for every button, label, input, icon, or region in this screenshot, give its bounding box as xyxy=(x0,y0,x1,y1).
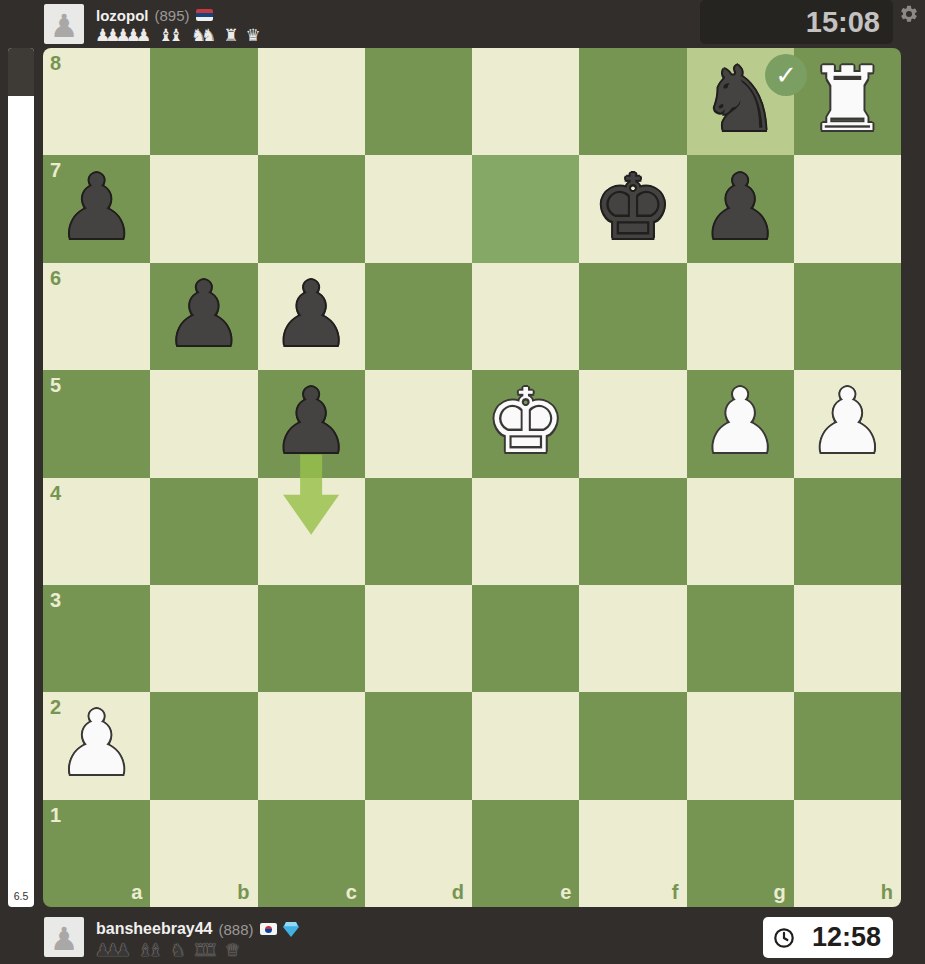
square-g3[interactable] xyxy=(687,585,794,692)
square-b3[interactable] xyxy=(150,585,257,692)
rank-label-6: 6 xyxy=(50,267,61,290)
square-h8[interactable]: ♜ xyxy=(794,48,901,155)
square-h5[interactable]: ♟ xyxy=(794,370,901,477)
square-b8[interactable] xyxy=(150,48,257,155)
captured-queen-group: ♛ xyxy=(245,25,255,45)
square-h4[interactable] xyxy=(794,478,901,585)
clock-top-time: 15:08 xyxy=(806,6,880,39)
piece-black-pawn[interactable]: ♟ xyxy=(43,155,150,262)
piece-black-pawn[interactable]: ♟ xyxy=(687,155,794,262)
file-label-g: g xyxy=(774,881,786,904)
piece-white-king[interactable]: ♚ xyxy=(472,370,579,477)
bottom-player-bar: ♟ bansheebray44 (888) ♟♟♟♝♝♞♜♜♛ 12:58 xyxy=(0,908,925,964)
file-label-a: a xyxy=(131,881,142,904)
file-label-c: c xyxy=(346,881,357,904)
square-h2[interactable] xyxy=(794,692,901,799)
square-a5[interactable]: 5 xyxy=(43,370,150,477)
bottom-captured-pieces: ♟♟♟♝♝♞♜♜♛ xyxy=(95,940,247,960)
evaluation-bar: 6.5 xyxy=(8,48,34,907)
square-c2[interactable] xyxy=(258,692,365,799)
square-f7[interactable]: ♚ xyxy=(579,155,686,262)
board[interactable]: 8♞♜7♟♚♟6♟♟5♟♚♟♟432♟1abcdefgh xyxy=(43,48,901,907)
square-c3[interactable] xyxy=(258,585,365,692)
square-a8[interactable]: 8 xyxy=(43,48,150,155)
square-g4[interactable] xyxy=(687,478,794,585)
rank-label-5: 5 xyxy=(50,374,61,397)
player-avatar-top[interactable]: ♟ xyxy=(44,4,84,44)
piece-black-pawn[interactable]: ♟ xyxy=(150,263,257,370)
square-g2[interactable] xyxy=(687,692,794,799)
evaluation-bar-black-portion xyxy=(8,48,34,96)
captured-pawn-group: ♟♟♟ xyxy=(95,940,126,960)
file-label-f: f xyxy=(672,881,679,904)
top-player-rating: (895) xyxy=(155,7,190,24)
square-b7[interactable] xyxy=(150,155,257,262)
square-b1[interactable]: b xyxy=(150,800,257,907)
file-label-e: e xyxy=(560,881,571,904)
square-a4[interactable]: 4 xyxy=(43,478,150,585)
square-f3[interactable] xyxy=(579,585,686,692)
square-a7[interactable]: 7♟ xyxy=(43,155,150,262)
piece-black-pawn[interactable]: ♟ xyxy=(258,263,365,370)
square-f8[interactable] xyxy=(579,48,686,155)
bottom-player-name-row: bansheebray44 (888) xyxy=(96,919,299,939)
clock-bottom-time: 12:58 xyxy=(812,922,881,953)
clock-top: 15:08 xyxy=(700,0,893,44)
square-d3[interactable] xyxy=(365,585,472,692)
square-g7[interactable]: ♟ xyxy=(687,155,794,262)
rank-label-3: 3 xyxy=(50,589,61,612)
piece-white-rook[interactable]: ♜ xyxy=(794,48,901,155)
square-e6[interactable] xyxy=(472,263,579,370)
captured-knight-group: ♞ xyxy=(170,940,180,960)
evaluation-score: 6.5 xyxy=(8,890,34,902)
flag-south-korea-icon xyxy=(260,923,277,935)
square-e5[interactable]: ♚ xyxy=(472,370,579,477)
square-d4[interactable] xyxy=(365,478,472,585)
move-confirmed-badge: ✓ xyxy=(765,54,807,96)
square-c1[interactable]: c xyxy=(258,800,365,907)
square-e2[interactable] xyxy=(472,692,579,799)
square-d2[interactable] xyxy=(365,692,472,799)
square-d7[interactable] xyxy=(365,155,472,262)
piece-black-king[interactable]: ♚ xyxy=(579,155,686,262)
clock-icon xyxy=(773,927,795,949)
clock-bottom: 12:58 xyxy=(763,917,893,958)
square-f2[interactable] xyxy=(579,692,686,799)
rank-label-8: 8 xyxy=(50,52,61,75)
square-d1[interactable]: d xyxy=(365,800,472,907)
square-b4[interactable] xyxy=(150,478,257,585)
captured-rook-group: ♜ xyxy=(223,25,233,45)
square-b2[interactable] xyxy=(150,692,257,799)
captured-bishop-group: ♝♝ xyxy=(158,25,178,45)
square-f4[interactable] xyxy=(579,478,686,585)
piece-white-pawn[interactable]: ♟ xyxy=(687,370,794,477)
square-g6[interactable] xyxy=(687,263,794,370)
square-f1[interactable]: f xyxy=(579,800,686,907)
rank-label-4: 4 xyxy=(50,482,61,505)
bottom-player-rating: (888) xyxy=(219,921,254,938)
rank-label-1: 1 xyxy=(50,804,61,827)
square-b6[interactable]: ♟ xyxy=(150,263,257,370)
piece-white-pawn[interactable]: ♟ xyxy=(43,692,150,799)
square-h3[interactable] xyxy=(794,585,901,692)
square-c4[interactable] xyxy=(258,478,365,585)
square-h1[interactable]: h xyxy=(794,800,901,907)
square-a2[interactable]: 2♟ xyxy=(43,692,150,799)
piece-white-pawn[interactable]: ♟ xyxy=(794,370,901,477)
square-a3[interactable]: 3 xyxy=(43,585,150,692)
square-e4[interactable] xyxy=(472,478,579,585)
top-player-bar: ♟ lozopol (895) ♟♟♟♟♟♝♝♞♞♜♛ 15:08 xyxy=(0,0,925,48)
square-e3[interactable] xyxy=(472,585,579,692)
square-b5[interactable] xyxy=(150,370,257,477)
piece-black-pawn[interactable]: ♟ xyxy=(258,370,365,477)
square-d5[interactable] xyxy=(365,370,472,477)
flag-serbia-icon xyxy=(196,9,213,21)
captured-pawn-group: ♟♟♟♟♟ xyxy=(95,25,146,45)
square-d8[interactable] xyxy=(365,48,472,155)
square-a1[interactable]: 1a xyxy=(43,800,150,907)
captured-rook-group: ♜♜ xyxy=(192,940,212,960)
top-player-name[interactable]: lozopol xyxy=(96,7,149,24)
square-h6[interactable] xyxy=(794,263,901,370)
captured-queen-group: ♛ xyxy=(225,940,235,960)
square-c6[interactable]: ♟ xyxy=(258,263,365,370)
square-e7[interactable] xyxy=(472,155,579,262)
file-label-h: h xyxy=(881,881,893,904)
settings-gear-icon[interactable] xyxy=(899,4,919,24)
file-label-b: b xyxy=(237,881,249,904)
square-e1[interactable]: e xyxy=(472,800,579,907)
square-c5[interactable]: ♟ xyxy=(258,370,365,477)
premium-diamond-icon[interactable] xyxy=(283,922,299,937)
top-player-name-row: lozopol (895) xyxy=(96,5,213,25)
square-d6[interactable] xyxy=(365,263,472,370)
square-a6[interactable]: 6 xyxy=(43,263,150,370)
square-f6[interactable] xyxy=(579,263,686,370)
square-g5[interactable]: ♟ xyxy=(687,370,794,477)
bottom-player-name[interactable]: bansheebray44 xyxy=(96,920,213,938)
square-g1[interactable]: g xyxy=(687,800,794,907)
square-c7[interactable] xyxy=(258,155,365,262)
top-captured-pieces: ♟♟♟♟♟♝♝♞♞♜♛ xyxy=(95,25,268,45)
file-label-d: d xyxy=(452,881,464,904)
captured-knight-group: ♞♞ xyxy=(191,25,211,45)
square-h7[interactable] xyxy=(794,155,901,262)
checkmark-icon: ✓ xyxy=(775,60,797,90)
square-c8[interactable] xyxy=(258,48,365,155)
captured-bishop-group: ♝♝ xyxy=(138,940,158,960)
player-avatar-bottom[interactable]: ♟ xyxy=(44,917,84,957)
square-f5[interactable] xyxy=(579,370,686,477)
square-e8[interactable] xyxy=(472,48,579,155)
